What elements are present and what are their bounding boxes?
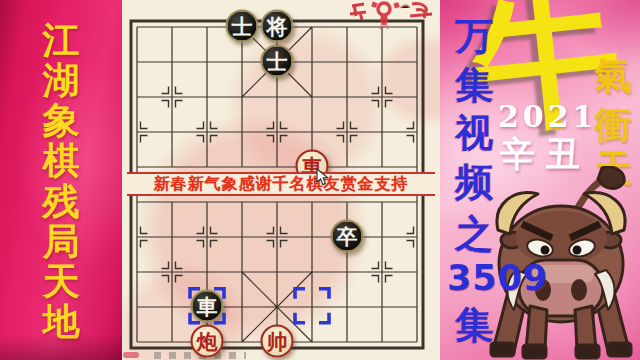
piece-black-士[interactable]: 士 [226,10,259,43]
video-thumbnail: 江 湖 象 棋 残 局 天 地 士 [0,0,640,360]
last-move-marker [292,286,332,326]
title-char: 象 [43,102,80,139]
sponsor-banner-text: 新春新气象感谢千名棋友赏金支持 [154,174,409,195]
series-label-char: 万 [450,17,498,55]
piece-black-卒[interactable]: 卒 [331,220,364,253]
episode-number: 3509 [447,261,548,296]
sponsor-banner: 新春新气象感谢千名棋友赏金支持 [127,172,435,196]
series-label-char: 视 [450,114,498,152]
piece-red-炮[interactable]: 炮 [191,325,224,358]
last-move-marker [187,286,227,326]
title-char: 棋 [43,142,80,179]
series-label-char: 频 [450,163,498,201]
slogan-char: 氣 [590,57,636,94]
xiangqi-board-panel[interactable]: 士将士車卒車炮帅 新春新气象感谢千名棋友赏金支持 [122,0,440,360]
channel-title-vertical: 江 湖 象 棋 残 局 天 地 [0,0,122,360]
title-char: 局 [43,223,80,260]
title-char: 江 [43,22,80,59]
title-char: 天 [43,263,80,300]
year-label: 2021 [498,99,598,134]
series-label-char: 集 [450,66,498,104]
episode-unit: 集 [450,306,498,344]
piece-black-将[interactable]: 将 [261,10,294,43]
piece-black-士[interactable]: 士 [261,45,294,78]
series-label-char: 之 [450,215,498,253]
title-char: 湖 [43,62,80,99]
title-char: 残 [43,183,80,220]
piece-red-帅[interactable]: 帅 [261,325,294,358]
right-promo-banner: 牛 万 集 视 频 之 3509 集 氣 衝 天 2021 辛丑 [440,0,640,360]
left-title-banner: 江 湖 象 棋 残 局 天 地 [0,0,122,360]
mouse-cursor [316,168,329,186]
title-char: 地 [43,303,80,340]
red-seal-watermark [348,0,436,30]
